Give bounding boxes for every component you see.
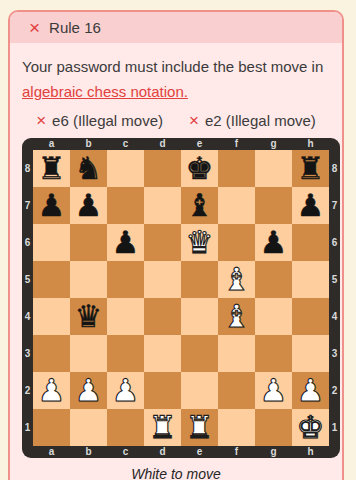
square-b3: [70, 335, 107, 372]
square-g3: [255, 335, 292, 372]
side-to-move-caption: White to move: [22, 466, 330, 480]
file-label-a-bottom: a: [33, 446, 70, 458]
square-d2: [144, 372, 181, 409]
square-b6: [70, 224, 107, 261]
rank-label-8-left: 8: [22, 150, 33, 187]
square-d7: [144, 187, 181, 224]
error-label: e2 (Illegal move): [205, 112, 316, 129]
error-x-icon: ×: [189, 112, 199, 129]
white-pawn-a2: ♟: [38, 372, 66, 409]
black-pawn-c6: ♟: [112, 224, 140, 261]
white-pawn-h2: ♟: [297, 372, 325, 409]
rule-text: Your password must include the best move…: [22, 54, 330, 104]
square-e3: [181, 335, 218, 372]
square-h2: ♟: [292, 372, 329, 409]
white-bishop-f4: ♝: [223, 298, 251, 335]
square-d3: [144, 335, 181, 372]
board-frame-corner: [22, 446, 33, 458]
chess-board: abcdefgh8♜♞♚♜87♟♟♝♟76♟♛♟65♝54♛♝4332♟♟♟♟♟…: [22, 138, 340, 458]
square-g2: ♟: [255, 372, 292, 409]
square-b8: ♞: [70, 150, 107, 187]
white-pawn-c2: ♟: [112, 372, 140, 409]
error-x-icon: ×: [36, 112, 46, 129]
rank-label-1-left: 1: [22, 409, 33, 446]
white-pawn-g2: ♟: [260, 372, 288, 409]
square-a2: ♟: [33, 372, 70, 409]
file-label-g-top: g: [255, 138, 292, 150]
square-g7: [255, 187, 292, 224]
square-a7: ♟: [33, 187, 70, 224]
file-label-a-top: a: [33, 138, 70, 150]
error-list: × e6 (Illegal move) × e2 (Illegal move): [22, 112, 330, 129]
rank-label-2-right: 2: [329, 372, 340, 409]
square-g8: [255, 150, 292, 187]
rank-label-5-left: 5: [22, 261, 33, 298]
square-b2: ♟: [70, 372, 107, 409]
black-bishop-e7: ♝: [186, 187, 214, 224]
white-bishop-f5: ♝: [223, 261, 251, 298]
square-a6: [33, 224, 70, 261]
square-e4: [181, 298, 218, 335]
square-f7: [218, 187, 255, 224]
square-h3: [292, 335, 329, 372]
square-g6: ♟: [255, 224, 292, 261]
square-d6: [144, 224, 181, 261]
board-frame-corner: [22, 138, 33, 150]
white-pawn-b2: ♟: [75, 372, 103, 409]
square-g5: [255, 261, 292, 298]
rank-label-7-right: 7: [329, 187, 340, 224]
square-e1: ♜: [181, 409, 218, 446]
black-queen-b4: ♛: [75, 298, 103, 335]
rank-label-4-right: 4: [329, 298, 340, 335]
file-label-c-top: c: [107, 138, 144, 150]
square-a1: [33, 409, 70, 446]
square-f2: [218, 372, 255, 409]
square-e2: [181, 372, 218, 409]
error-item-e2: × e2 (Illegal move): [189, 112, 316, 129]
file-label-b-bottom: b: [70, 446, 107, 458]
square-c2: ♟: [107, 372, 144, 409]
rank-label-5-right: 5: [329, 261, 340, 298]
white-rook-e1: ♜: [186, 409, 214, 446]
rank-label-4-left: 4: [22, 298, 33, 335]
square-g1: [255, 409, 292, 446]
square-e5: [181, 261, 218, 298]
square-h8: ♜: [292, 150, 329, 187]
file-label-h-top: h: [292, 138, 329, 150]
file-label-g-bottom: g: [255, 446, 292, 458]
square-c7: [107, 187, 144, 224]
square-d5: [144, 261, 181, 298]
square-c5: [107, 261, 144, 298]
rank-label-3-right: 3: [329, 335, 340, 372]
square-f1: [218, 409, 255, 446]
rule-body: Your password must include the best move…: [10, 43, 342, 480]
white-king-h1: ♚: [297, 409, 325, 446]
error-label: e6 (Illegal move): [52, 112, 163, 129]
rank-label-7-left: 7: [22, 187, 33, 224]
square-f4: ♝: [218, 298, 255, 335]
rank-label-2-left: 2: [22, 372, 33, 409]
square-h6: [292, 224, 329, 261]
black-pawn-a7: ♟: [38, 187, 66, 224]
square-d8: [144, 150, 181, 187]
square-c8: [107, 150, 144, 187]
board-frame-corner: [329, 446, 340, 458]
square-d4: [144, 298, 181, 335]
square-f8: [218, 150, 255, 187]
square-g4: [255, 298, 292, 335]
square-h1: ♚: [292, 409, 329, 446]
black-pawn-b7: ♟: [75, 187, 103, 224]
square-h4: [292, 298, 329, 335]
algebraic-notation-link[interactable]: algebraic chess notation.: [22, 83, 188, 100]
error-item-e6: × e6 (Illegal move): [36, 112, 163, 129]
square-b5: [70, 261, 107, 298]
square-h5: [292, 261, 329, 298]
file-label-h-bottom: h: [292, 446, 329, 458]
file-label-d-bottom: d: [144, 446, 181, 458]
square-c4: [107, 298, 144, 335]
square-f6: [218, 224, 255, 261]
file-label-d-top: d: [144, 138, 181, 150]
black-pawn-g6: ♟: [260, 224, 288, 261]
file-label-b-top: b: [70, 138, 107, 150]
square-a8: ♜: [33, 150, 70, 187]
square-h7: ♟: [292, 187, 329, 224]
black-knight-b8: ♞: [75, 150, 103, 187]
rank-label-8-right: 8: [329, 150, 340, 187]
rule-text-prefix: Your password must include the best move…: [22, 58, 323, 75]
chess-board-wrap: abcdefgh8♜♞♚♜87♟♟♝♟76♟♛♟65♝54♛♝4332♟♟♟♟♟…: [22, 138, 340, 458]
square-f5: ♝: [218, 261, 255, 298]
black-rook-h8: ♜: [297, 150, 325, 187]
black-king-e8: ♚: [186, 150, 214, 187]
rule-card: × Rule 16 Your password must include the…: [8, 10, 344, 480]
square-c6: ♟: [107, 224, 144, 261]
rank-label-1-right: 1: [329, 409, 340, 446]
rank-label-6-left: 6: [22, 224, 33, 261]
square-b1: [70, 409, 107, 446]
rule-fail-x-icon: ×: [29, 18, 40, 37]
square-e6: ♛: [181, 224, 218, 261]
file-label-c-bottom: c: [107, 446, 144, 458]
rule-title: Rule 16: [49, 19, 101, 36]
square-f3: [218, 335, 255, 372]
white-rook-d1: ♜: [149, 409, 177, 446]
black-pawn-h7: ♟: [297, 187, 325, 224]
square-e7: ♝: [181, 187, 218, 224]
file-label-f-top: f: [218, 138, 255, 150]
square-e8: ♚: [181, 150, 218, 187]
white-queen-e6: ♛: [186, 224, 214, 261]
square-b4: ♛: [70, 298, 107, 335]
square-b7: ♟: [70, 187, 107, 224]
file-label-e-bottom: e: [181, 446, 218, 458]
rank-label-3-left: 3: [22, 335, 33, 372]
square-c3: [107, 335, 144, 372]
board-frame-corner: [329, 138, 340, 150]
square-a5: [33, 261, 70, 298]
square-a3: [33, 335, 70, 372]
file-label-e-top: e: [181, 138, 218, 150]
file-label-f-bottom: f: [218, 446, 255, 458]
square-c1: [107, 409, 144, 446]
square-a4: [33, 298, 70, 335]
rank-label-6-right: 6: [329, 224, 340, 261]
square-d1: ♜: [144, 409, 181, 446]
rule-header: × Rule 16: [10, 12, 342, 43]
black-rook-a8: ♜: [38, 150, 66, 187]
